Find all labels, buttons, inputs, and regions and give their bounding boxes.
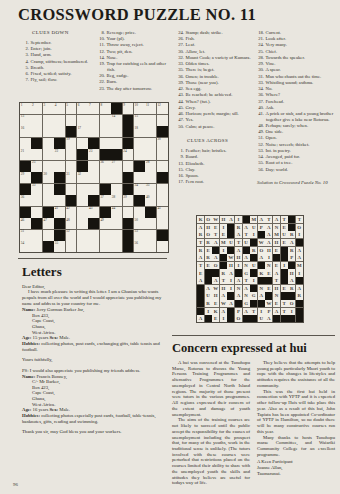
puzzle-cell[interactable]: 54 xyxy=(20,241,31,252)
solution-cell: H xyxy=(273,239,280,246)
puzzle-cell[interactable]: 19 xyxy=(66,138,77,149)
puzzle-cell-black xyxy=(123,241,134,252)
clue-number: 12. xyxy=(98,49,105,55)
puzzle-cell[interactable] xyxy=(100,172,111,183)
cell-letter: H xyxy=(214,292,218,299)
puzzle-cell[interactable]: 13 xyxy=(20,115,31,126)
solution-cell: N xyxy=(243,262,250,269)
puzzle-cell[interactable]: 25 xyxy=(31,161,42,172)
solution-cell: I xyxy=(296,231,303,238)
clues-down-header: CLUES DOWN xyxy=(32,30,94,36)
solution-cell: A xyxy=(197,277,204,284)
puzzle-cell[interactable]: 53 xyxy=(134,230,145,241)
clue-number: 41. xyxy=(257,111,264,117)
article-paragraph: Many thanks to hosts Tunohopu marae Comm… xyxy=(257,435,335,458)
solution-cell: A xyxy=(197,315,204,322)
cell-letter: U xyxy=(260,315,264,322)
cell-number: 5 xyxy=(66,103,68,107)
puzzle-cell[interactable] xyxy=(88,184,99,195)
puzzle-cell[interactable]: 15 xyxy=(134,115,145,126)
cell-letter: W xyxy=(228,254,233,261)
cell-letter: K xyxy=(199,216,203,223)
puzzle-cell[interactable]: 21 xyxy=(20,149,31,160)
solution-cell-black xyxy=(288,292,295,299)
puzzle-cell[interactable] xyxy=(88,126,99,137)
puzzle-cell[interactable] xyxy=(111,172,122,183)
solution-cell-black xyxy=(212,247,219,254)
puzzle-cell[interactable] xyxy=(134,138,145,149)
puzzle-cell[interactable] xyxy=(100,115,111,126)
puzzle-cell-black xyxy=(20,184,31,195)
puzzle-cell[interactable]: 3 xyxy=(43,103,54,114)
solution-cell: A xyxy=(296,285,303,292)
clue-number: 24. xyxy=(257,42,264,48)
cell-letter: T xyxy=(199,262,202,269)
puzzle-cell[interactable]: 52 xyxy=(66,230,77,241)
cell-letter: N xyxy=(275,224,279,231)
solution-cell: E xyxy=(212,315,219,322)
puzzle-cell[interactable] xyxy=(145,149,156,160)
puzzle-cell[interactable]: 47 xyxy=(43,218,54,229)
clues-across-header: CLUES ACROSS xyxy=(187,138,252,144)
puzzle-cell[interactable]: 38 xyxy=(111,195,122,206)
solution-cell-black xyxy=(281,277,288,284)
puzzle-cell[interactable]: 24 xyxy=(123,149,134,160)
solution-cell: I xyxy=(288,308,295,315)
puzzle-cell[interactable] xyxy=(88,161,99,172)
clue-item: 53.Int. in poetry. xyxy=(257,148,334,154)
solution-cell: W xyxy=(265,300,272,307)
clue-number: 46. xyxy=(177,111,184,117)
solution-cell: A xyxy=(227,300,234,307)
puzzle-cell[interactable] xyxy=(43,149,54,160)
clue-item: 5.Breath. xyxy=(22,65,94,71)
puzzle-cell[interactable] xyxy=(88,172,99,183)
puzzle-cell[interactable]: 33 xyxy=(31,184,42,195)
cell-letter: R xyxy=(290,285,294,292)
clue-number: 27. xyxy=(177,42,184,48)
cell-number: 6 xyxy=(78,103,80,107)
puzzle-cell[interactable] xyxy=(31,126,42,137)
clues-down-list-2: 8.Revenge; price.10.Your (pl).11.Throw a… xyxy=(98,30,174,91)
puzzle-cell[interactable] xyxy=(54,161,65,172)
puzzle-cell[interactable]: 10 xyxy=(134,103,145,114)
puzzle-cell[interactable] xyxy=(145,241,156,252)
solution-cell: I xyxy=(258,308,265,315)
solution-cell-black xyxy=(258,231,265,238)
solution-cell: U xyxy=(250,224,257,231)
puzzle-cell-black xyxy=(31,218,42,229)
puzzle-cell[interactable]: 37 xyxy=(100,195,111,206)
cell-number: 37 xyxy=(100,195,103,199)
cell-number: 54 xyxy=(21,241,24,245)
cell-letter: E xyxy=(275,247,278,254)
clue-item: 29.Vine. xyxy=(257,61,334,67)
puzzle-cell[interactable]: 55 xyxy=(54,241,65,252)
puzzle-cell[interactable] xyxy=(31,230,42,241)
puzzle-cell[interactable] xyxy=(43,138,54,149)
puzzle-cell[interactable] xyxy=(77,230,88,241)
solution-cell: I xyxy=(281,262,288,269)
puzzle-cell[interactable]: 27 xyxy=(111,161,122,172)
clue-number: 50. xyxy=(177,124,184,130)
puzzle-cell[interactable]: 1 xyxy=(20,103,31,114)
cell-letter: R xyxy=(199,231,203,238)
clue-item: 24.Stamp; dash; strike. xyxy=(177,30,252,36)
cell-letter: H xyxy=(229,262,233,269)
puzzle-cell[interactable]: 48 xyxy=(66,218,77,229)
puzzle-cell[interactable] xyxy=(111,138,122,149)
puzzle-cell[interactable] xyxy=(43,161,54,172)
solution-cell: W xyxy=(212,285,219,292)
cell-letter: A xyxy=(244,224,248,231)
puzzle-cell[interactable] xyxy=(88,115,99,126)
puzzle-cell[interactable] xyxy=(66,241,77,252)
puzzle-cell[interactable] xyxy=(157,149,168,160)
puzzle-cell[interactable] xyxy=(100,230,111,241)
puzzle-cell-black xyxy=(157,172,168,183)
solution-cell: I xyxy=(227,285,234,292)
clue-number: 55. xyxy=(257,160,264,166)
solution-cell: I xyxy=(235,216,242,223)
cell-letter: A xyxy=(237,231,241,238)
puzzle-cell[interactable] xyxy=(111,230,122,241)
puzzle-cell[interactable]: 26 xyxy=(100,161,111,172)
solution-cell-black xyxy=(273,315,280,322)
clue-item: 18.Current. xyxy=(257,30,334,36)
solution-cell-black xyxy=(250,269,257,276)
cell-letter: I xyxy=(298,270,300,277)
puzzle-cell[interactable] xyxy=(134,149,145,160)
puzzle-cell[interactable] xyxy=(145,230,156,241)
clue-number: 5. xyxy=(22,65,29,71)
solution-cell: T xyxy=(243,231,250,238)
puzzle-cell[interactable] xyxy=(145,126,156,137)
cell-letter: T xyxy=(199,239,202,246)
solution-grid: KOWHAIMATATTAHEIRAUPANEOROTEATIAMURITRAM… xyxy=(196,215,304,323)
solution-cell: A xyxy=(258,292,265,299)
cell-number: 15 xyxy=(135,114,138,118)
cell-number: 50 xyxy=(135,218,138,222)
cell-number: 8 xyxy=(100,103,102,107)
clue-number: 35. xyxy=(177,67,184,73)
solution-note: Solution to Crossword Puzzle No. 10 xyxy=(257,180,334,186)
puzzle-cell[interactable] xyxy=(31,115,42,126)
cell-letter: U xyxy=(244,239,248,246)
cell-number: 14 xyxy=(112,114,115,118)
puzzle-cell[interactable] xyxy=(54,115,65,126)
article-paragraph: This was the first hui held in connectio… xyxy=(257,389,335,435)
cell-number: 45 xyxy=(157,206,160,210)
puzzle-cell[interactable]: 20 xyxy=(157,138,168,149)
clue-item: 11.Throw away, reject. xyxy=(98,42,174,48)
solution-cell-black xyxy=(197,285,204,292)
puzzle-cell[interactable]: 36 xyxy=(20,195,31,206)
puzzle-cell[interactable] xyxy=(157,195,168,206)
puzzle-cell[interactable]: 5 xyxy=(66,103,77,114)
cell-letter: E xyxy=(207,262,210,269)
cell-letter: A xyxy=(237,247,241,254)
cell-number: 1 xyxy=(21,103,23,107)
solution-cell: A xyxy=(288,277,295,284)
puzzle-cell[interactable] xyxy=(88,241,99,252)
puzzle-cell[interactable] xyxy=(54,195,65,206)
solution-cell: A xyxy=(296,247,303,254)
puzzle-cell[interactable] xyxy=(100,241,111,252)
puzzle-cell[interactable] xyxy=(77,241,88,252)
puzzle-cell[interactable]: 29 xyxy=(20,172,31,183)
solution-cell: H xyxy=(273,285,280,292)
cell-number: 17 xyxy=(78,126,81,130)
puzzle-cell-black xyxy=(54,138,65,149)
clue-number: 28. xyxy=(257,55,264,61)
solution-cell: E xyxy=(273,300,280,307)
cell-letter: A xyxy=(275,216,279,223)
puzzle-cell[interactable]: 2 xyxy=(31,103,42,114)
cell-letter: E xyxy=(214,224,217,231)
puzzle-cell[interactable] xyxy=(111,218,122,229)
puzzle-cell[interactable] xyxy=(134,207,145,218)
clue-item: 30.A spear. xyxy=(257,67,334,73)
puzzle-cell[interactable] xyxy=(145,138,156,149)
clue-number: 44. xyxy=(177,99,184,105)
solution-cell: A xyxy=(265,231,272,238)
puzzle-cell[interactable] xyxy=(31,195,42,206)
puzzle-cell[interactable] xyxy=(31,241,42,252)
puzzle-cell[interactable]: 50 xyxy=(134,218,145,229)
puzzle-cell[interactable]: 41 xyxy=(54,207,65,218)
solution-cell-black xyxy=(212,269,219,276)
clue-number: 32. xyxy=(177,55,184,61)
puzzle-cell[interactable] xyxy=(157,115,168,126)
puzzle-cell[interactable]: 7 xyxy=(88,103,99,114)
clue-item: 4.Cramp, stiffness; benumbered. xyxy=(22,59,94,65)
puzzle-cell[interactable] xyxy=(66,184,77,195)
puzzle-cell[interactable]: 22 xyxy=(54,149,65,160)
solution-cell-black xyxy=(250,239,257,246)
solution-cell: E xyxy=(197,269,204,276)
puzzle-cell[interactable]: 35 xyxy=(145,184,156,195)
solution-cell: U xyxy=(205,292,212,299)
puzzle-cell[interactable]: 39 xyxy=(123,195,134,206)
cell-letter: I xyxy=(253,231,255,238)
magazine-page: CROSSWORD PUZZLE NO. 11 CLUES DOWN 1.Sep… xyxy=(0,0,340,494)
puzzle-cell[interactable]: 16 xyxy=(20,126,31,137)
clues-down-column-3: 24.Stamp; dash; strike.26.Fish.27.Leaf.3… xyxy=(177,30,252,186)
puzzle-cell[interactable]: 6 xyxy=(77,103,88,114)
puzzle-cell[interactable] xyxy=(123,207,134,218)
puzzle-cell[interactable]: 56 xyxy=(134,241,145,252)
puzzle-cell[interactable]: 12 xyxy=(157,103,168,114)
puzzle-cell-black xyxy=(88,195,99,206)
puzzle-cell[interactable] xyxy=(43,184,54,195)
puzzle-cell[interactable] xyxy=(43,230,54,241)
cell-letter: A xyxy=(199,277,203,284)
page-title: CROSSWORD PUZZLE NO. 11 xyxy=(18,5,256,25)
cell-letter: A xyxy=(229,270,233,277)
puzzle-cell[interactable] xyxy=(77,218,88,229)
puzzle-cell[interactable] xyxy=(157,218,168,229)
puzzle-cell[interactable]: 9 xyxy=(123,103,134,114)
puzzle-cell[interactable]: 14 xyxy=(111,115,122,126)
solution-cell: A xyxy=(265,239,272,246)
puzzle-cell[interactable] xyxy=(157,184,168,195)
puzzle-cell[interactable]: 4 xyxy=(54,103,65,114)
puzzle-cell[interactable] xyxy=(77,207,88,218)
clue-item: 35.There is; beget. xyxy=(177,67,252,73)
solution-cell: M xyxy=(273,231,280,238)
puzzle-cell[interactable] xyxy=(134,172,145,183)
cell-number: 40 xyxy=(146,195,149,199)
cell-letter: A xyxy=(260,216,264,223)
cell-letter: P xyxy=(290,254,293,261)
puzzle-cell[interactable] xyxy=(88,230,99,241)
cell-number: 46 xyxy=(21,218,24,222)
cell-number: 12 xyxy=(157,103,160,107)
cell-letter: E xyxy=(275,300,278,307)
puzzle-cell-black xyxy=(123,172,134,183)
solution-cell: M xyxy=(296,262,303,269)
solution-cell: R xyxy=(296,292,303,299)
puzzle-cell[interactable] xyxy=(111,126,122,137)
cell-letter: E xyxy=(214,300,217,307)
puzzle-cell[interactable] xyxy=(111,184,122,195)
divider-rule-right xyxy=(172,335,335,336)
solution-cell-black xyxy=(250,254,257,261)
puzzle-cell[interactable] xyxy=(66,115,77,126)
puzzle-cell[interactable]: 31 xyxy=(66,172,77,183)
clue-item: 28.Towards the speaker. xyxy=(257,55,334,61)
puzzle-cell[interactable] xyxy=(77,195,88,206)
cell-letter: H xyxy=(221,216,225,223)
puzzle-cell[interactable]: 40 xyxy=(145,195,156,206)
puzzle-cell[interactable] xyxy=(77,184,88,195)
puzzle-cell[interactable]: 18 xyxy=(134,126,145,137)
solution-cell-black xyxy=(205,277,212,284)
puzzle-cell[interactable] xyxy=(157,241,168,252)
cell-letter: A xyxy=(267,231,271,238)
cell-letter: R xyxy=(290,247,294,254)
puzzle-cell[interactable] xyxy=(100,138,111,149)
puzzle-cell-black xyxy=(43,241,54,252)
solution-cell: P xyxy=(258,224,265,231)
cell-letter: A xyxy=(267,315,271,322)
puzzle-cell[interactable]: 42 xyxy=(66,207,77,218)
puzzle-cell[interactable] xyxy=(31,149,42,160)
puzzle-cell[interactable] xyxy=(31,207,42,218)
puzzle-cell[interactable] xyxy=(145,218,156,229)
puzzle-cell[interactable]: 43 xyxy=(88,207,99,218)
solution-cell: O xyxy=(205,216,212,223)
puzzle-cell[interactable]: 44 xyxy=(111,207,122,218)
puzzle-cell[interactable] xyxy=(77,138,88,149)
clue-item: 30.Allow, let. xyxy=(177,49,252,55)
cell-letter: O xyxy=(259,247,263,254)
puzzle-cell[interactable] xyxy=(66,161,77,172)
puzzle-cell[interactable]: 34 xyxy=(134,184,145,195)
puzzle-cell[interactable]: 51 xyxy=(20,230,31,241)
clue-item: 2.Enter; join. xyxy=(22,46,94,52)
puzzle-cell[interactable] xyxy=(145,172,156,183)
puzzle-cell[interactable] xyxy=(66,149,77,160)
puzzle-cell[interactable]: 8 xyxy=(100,103,111,114)
solution-cell: R xyxy=(288,285,295,292)
solution-cell: T xyxy=(235,239,242,246)
cell-letter: I xyxy=(283,262,285,269)
cell-number: 7 xyxy=(89,103,91,107)
puzzle-cell[interactable] xyxy=(54,126,65,137)
cell-letter: T xyxy=(244,277,247,284)
solution-cell: R xyxy=(288,231,295,238)
puzzle-cell[interactable]: 23 xyxy=(88,149,99,160)
solution-cell: A xyxy=(220,308,227,315)
solution-cell: O xyxy=(296,224,303,231)
cell-number: 51 xyxy=(21,229,24,233)
puzzle-cell[interactable] xyxy=(77,115,88,126)
cell-number: 38 xyxy=(112,195,115,199)
clue-number: 53. xyxy=(257,148,264,154)
puzzle-cell[interactable]: 46 xyxy=(20,218,31,229)
cell-letter: N xyxy=(244,262,248,269)
clue-number: 21. xyxy=(257,36,264,42)
puzzle-cell[interactable]: 17 xyxy=(77,126,88,137)
clue-item: 47.Yes. xyxy=(177,117,252,123)
clue-number: 30. xyxy=(257,67,264,73)
cell-number: 9 xyxy=(123,103,125,107)
puzzle-cell[interactable] xyxy=(123,161,134,172)
solution-cell: O xyxy=(288,300,295,307)
puzzle-cell[interactable]: 49 xyxy=(100,218,111,229)
clue-number: 1. xyxy=(22,40,29,46)
puzzle-cell[interactable] xyxy=(100,126,111,137)
solution-cell: A xyxy=(288,239,295,246)
puzzle-cell[interactable] xyxy=(43,115,54,126)
puzzle-cell[interactable] xyxy=(111,241,122,252)
cell-letter: A xyxy=(267,224,271,231)
puzzle-cell-black xyxy=(157,230,168,241)
solution-cell: R xyxy=(205,254,212,261)
cell-number: 10 xyxy=(135,103,138,107)
clue-number: 51. xyxy=(257,135,264,141)
puzzle-cell[interactable]: 11 xyxy=(145,103,156,114)
puzzle-cell[interactable]: 45 xyxy=(157,207,168,218)
clue-number: 24. xyxy=(177,30,184,36)
clue-item: 21.Look after. xyxy=(257,36,334,42)
solution-cell-black xyxy=(243,216,250,223)
solution-cell: P xyxy=(235,308,242,315)
puzzle-cell[interactable] xyxy=(43,195,54,206)
solution-cell: E xyxy=(220,231,227,238)
solution-cell: U xyxy=(243,239,250,246)
clue-item: 45.Grey. xyxy=(177,105,252,111)
cell-letter: I xyxy=(298,231,300,238)
clue-number: 16. xyxy=(177,173,184,179)
puzzle-cell[interactable] xyxy=(43,126,54,137)
solution-cell: O xyxy=(212,262,219,269)
puzzle-cell[interactable] xyxy=(20,138,31,149)
solution-cell: I xyxy=(296,269,303,276)
puzzle-cell[interactable] xyxy=(157,161,168,172)
solution-cell: A xyxy=(243,308,250,315)
puzzle-cell[interactable]: 30 xyxy=(43,172,54,183)
puzzle-cell-black xyxy=(100,207,111,218)
puzzle-cell[interactable] xyxy=(145,115,156,126)
puzzle-cell[interactable]: 32 xyxy=(77,172,88,183)
cell-number: 25 xyxy=(32,160,35,164)
clue-number: 31. xyxy=(257,74,264,80)
puzzle-cell[interactable]: 28 xyxy=(145,161,156,172)
cell-letter: A xyxy=(290,239,294,246)
